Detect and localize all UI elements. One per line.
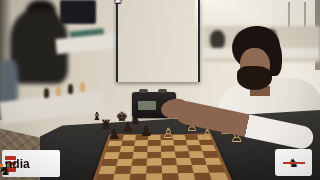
sponsor-logo: ♞ [275,149,312,176]
logo-text: ndia [5,158,30,170]
photo-piece-light: ♙ [162,126,175,140]
chessbase-india-logo: ♞ ndia [2,150,60,177]
clock-button [139,89,148,93]
photo-piece-dark: ♟ [122,121,134,134]
clock-button [158,89,167,93]
white-rook-d1: ♜ [114,0,123,5]
sponsor-text-line [287,162,301,164]
overlay-board: ♜♚♟♟♜♟♟♟♞♝♛♞♟♟♞♟♛♟♟♟♞♟♝♟♚♟♜♜ [116,0,200,82]
clock-display [138,101,156,110]
photo-piece-dark: ♟ [108,127,121,141]
broadcast-frame: ♝♜♚♞♟♟♟♙♙♕♙♔♘♖♗♙ ♜♚♟♟♜♟♟♟♞♝♛♞♟♟♞♟♛♟♟♟♞♟♝… [0,0,320,180]
photo-piece-dark: ♟ [140,124,153,138]
